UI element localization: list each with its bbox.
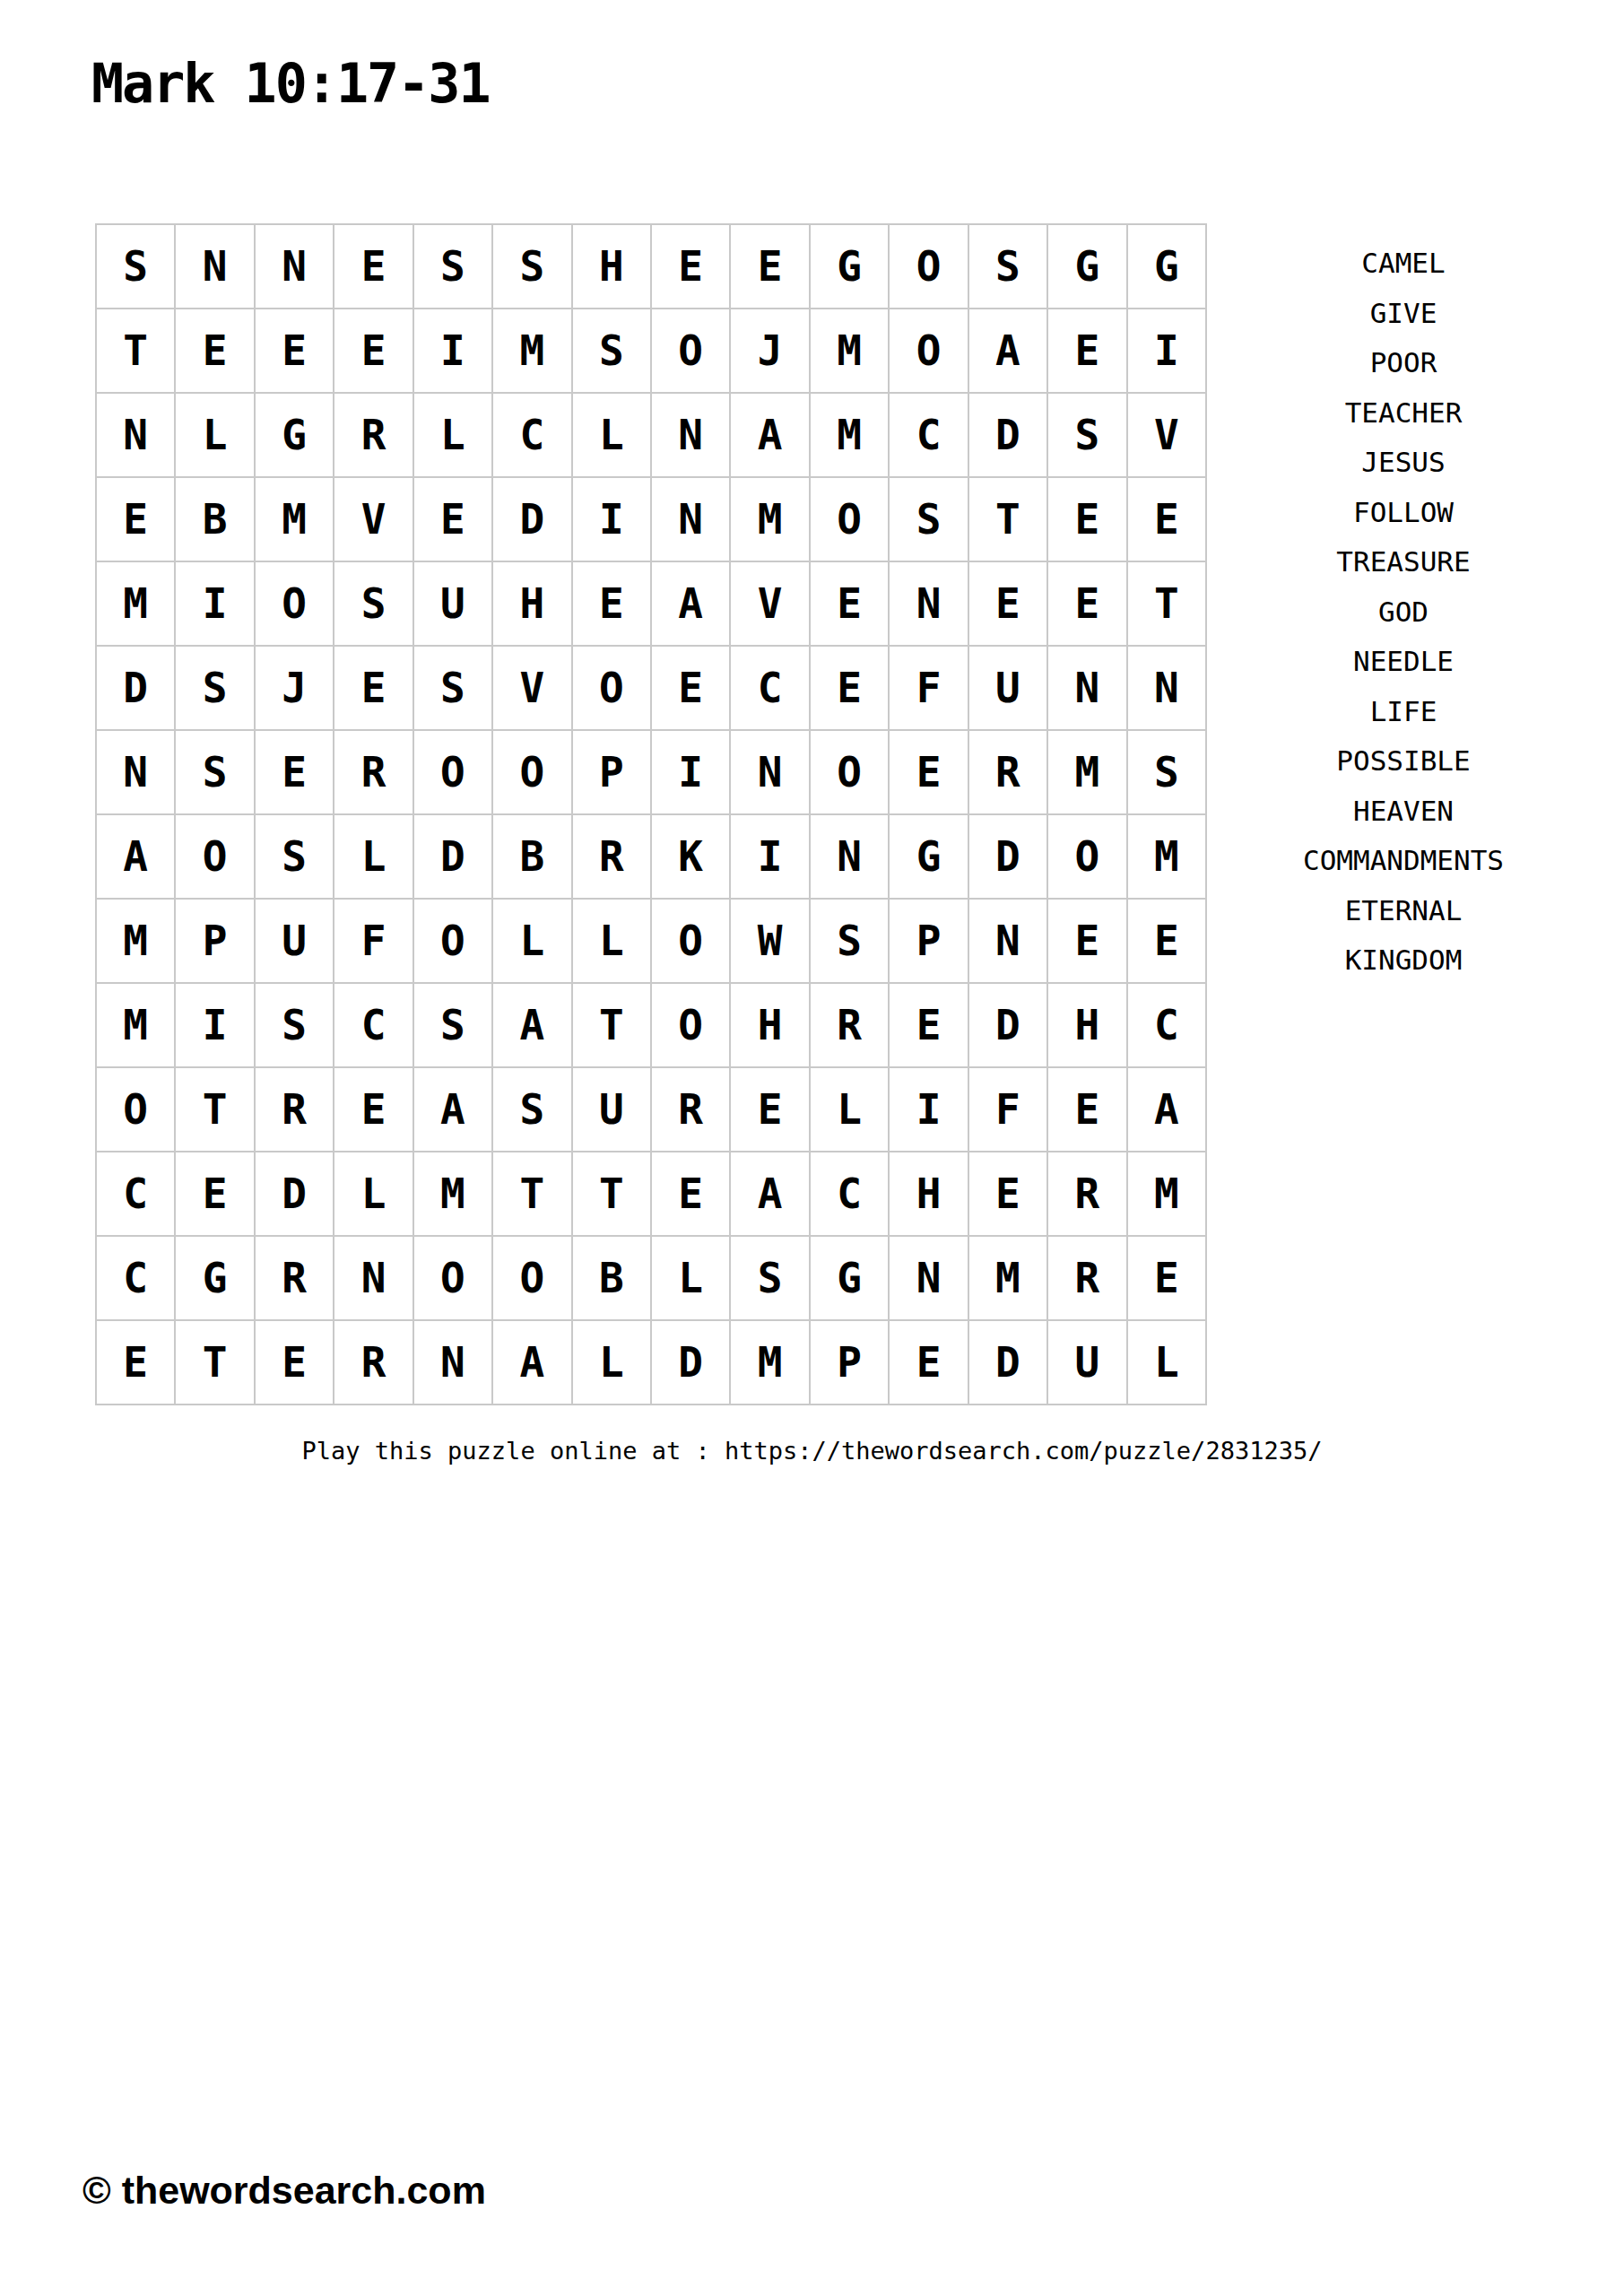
word-list-item: POSSIBLE [1336, 736, 1470, 787]
grid-cell-r5c8: A [652, 562, 729, 645]
grid-cell-r3c12: D [969, 394, 1046, 476]
grid-cell-r9c6: L [493, 900, 570, 982]
grid-cell-r14c14: L [1128, 1321, 1205, 1404]
grid-cell-r1c8: E [652, 225, 729, 308]
grid-cell-r2c11: O [890, 309, 967, 392]
grid-cell-r11c10: L [811, 1068, 888, 1151]
grid-cell-r10c4: C [334, 984, 412, 1066]
grid-cell-r10c8: O [652, 984, 729, 1066]
grid-cell-r3c11: C [890, 394, 967, 476]
grid-cell-r5c12: E [969, 562, 1046, 645]
grid-cell-r12c1: C [97, 1152, 174, 1235]
grid-cell-r8c1: A [97, 815, 174, 898]
grid-cell-r1c3: N [256, 225, 333, 308]
grid-cell-r14c6: A [493, 1321, 570, 1404]
grid-cell-r12c7: T [573, 1152, 650, 1235]
grid-cell-r8c5: D [414, 815, 491, 898]
grid-cell-r6c12: U [969, 647, 1046, 729]
grid-cell-r4c13: E [1048, 478, 1125, 561]
grid-cell-r10c7: T [573, 984, 650, 1066]
word-list-item: GOD [1378, 587, 1429, 638]
grid-cell-r14c11: E [890, 1321, 967, 1404]
grid-cell-r7c12: R [969, 731, 1046, 813]
grid-cell-r3c7: L [573, 394, 650, 476]
grid-cell-r13c8: L [652, 1237, 729, 1319]
grid-cell-r8c2: O [176, 815, 253, 898]
grid-cell-r6c1: D [97, 647, 174, 729]
grid-cell-r14c9: M [731, 1321, 808, 1404]
grid-cell-r1c11: O [890, 225, 967, 308]
grid-cell-r11c5: A [414, 1068, 491, 1151]
grid-cell-r3c4: R [334, 394, 412, 476]
word-list-item: TREASURE [1336, 537, 1470, 587]
grid-cell-r2c1: T [97, 309, 174, 392]
grid-cell-r11c2: T [176, 1068, 253, 1151]
grid-cell-r9c5: O [414, 900, 491, 982]
grid-cell-r1c7: H [573, 225, 650, 308]
grid-cell-r6c2: S [176, 647, 253, 729]
grid-cell-r9c10: S [811, 900, 888, 982]
grid-cell-r13c1: C [97, 1237, 174, 1319]
word-list-item: TEACHER [1345, 388, 1463, 439]
grid-cell-r8c7: R [573, 815, 650, 898]
word-list-item: ETERNAL [1345, 886, 1463, 936]
grid-cell-r9c9: W [731, 900, 808, 982]
word-list-item: POOR [1370, 338, 1437, 388]
grid-cell-r12c8: E [652, 1152, 729, 1235]
grid-cell-r10c12: D [969, 984, 1046, 1066]
grid-cell-r9c4: F [334, 900, 412, 982]
grid-cell-r6c11: F [890, 647, 967, 729]
grid-cell-r11c6: S [493, 1068, 570, 1151]
grid-cell-r10c9: H [731, 984, 808, 1066]
grid-cell-r7c4: R [334, 731, 412, 813]
grid-cell-r11c3: R [256, 1068, 333, 1151]
grid-cell-r9c2: P [176, 900, 253, 982]
grid-cell-r14c7: L [573, 1321, 650, 1404]
page-title: Mark 10:17-31 [91, 52, 490, 115]
grid-cell-r9c14: E [1128, 900, 1205, 982]
grid-cell-r1c9: E [731, 225, 808, 308]
grid-cell-r2c6: M [493, 309, 570, 392]
grid-cell-r1c14: G [1128, 225, 1205, 308]
grid-cell-r1c13: G [1048, 225, 1125, 308]
grid-cell-r13c12: M [969, 1237, 1046, 1319]
grid-cell-r3c8: N [652, 394, 729, 476]
grid-cell-r4c2: B [176, 478, 253, 561]
grid-cell-r2c14: I [1128, 309, 1205, 392]
grid-cell-r5c5: U [414, 562, 491, 645]
grid-cell-r9c8: O [652, 900, 729, 982]
grid-cell-r4c4: V [334, 478, 412, 561]
grid-cell-r8c11: G [890, 815, 967, 898]
grid-cell-r6c9: C [731, 647, 808, 729]
grid-cell-r13c14: E [1128, 1237, 1205, 1319]
grid-cell-r10c14: C [1128, 984, 1205, 1066]
grid-cell-r8c4: L [334, 815, 412, 898]
grid-cell-r9c11: P [890, 900, 967, 982]
word-list-item: HEAVEN [1353, 787, 1454, 837]
grid-cell-r4c14: E [1128, 478, 1205, 561]
grid-cell-r10c13: H [1048, 984, 1125, 1066]
word-list-item: LIFE [1370, 687, 1437, 737]
grid-cell-r4c9: M [731, 478, 808, 561]
grid-cell-r14c4: R [334, 1321, 412, 1404]
grid-cell-r2c13: E [1048, 309, 1125, 392]
grid-cell-r2c2: E [176, 309, 253, 392]
grid-cell-r7c8: I [652, 731, 729, 813]
grid-cell-r2c12: A [969, 309, 1046, 392]
grid-cell-r11c12: F [969, 1068, 1046, 1151]
grid-cell-r2c5: I [414, 309, 491, 392]
grid-cell-r11c9: E [731, 1068, 808, 1151]
grid-cell-r12c14: M [1128, 1152, 1205, 1235]
grid-cell-r3c10: M [811, 394, 888, 476]
grid-cell-r11c11: I [890, 1068, 967, 1151]
grid-cell-r13c10: G [811, 1237, 888, 1319]
grid-cell-r1c6: S [493, 225, 570, 308]
grid-cell-r12c10: C [811, 1152, 888, 1235]
grid-cell-r14c10: P [811, 1321, 888, 1404]
word-list-item: NEEDLE [1353, 637, 1454, 687]
grid-cell-r7c1: N [97, 731, 174, 813]
grid-cell-r6c6: V [493, 647, 570, 729]
grid-cell-r5c13: E [1048, 562, 1125, 645]
grid-cell-r12c12: E [969, 1152, 1046, 1235]
grid-cell-r3c3: G [256, 394, 333, 476]
grid-cell-r4c1: E [97, 478, 174, 561]
grid-cell-r5c3: O [256, 562, 333, 645]
grid-cell-r8c14: M [1128, 815, 1205, 898]
grid-cell-r8c3: S [256, 815, 333, 898]
grid-cell-r3c14: V [1128, 394, 1205, 476]
word-list-item: KINGDOM [1345, 935, 1463, 986]
grid-cell-r2c10: M [811, 309, 888, 392]
grid-cell-r5c4: S [334, 562, 412, 645]
grid-cell-r12c11: H [890, 1152, 967, 1235]
grid-cell-r11c13: E [1048, 1068, 1125, 1151]
grid-cell-r1c12: S [969, 225, 1046, 308]
word-list-item: COMMANDMENTS [1303, 836, 1504, 886]
grid-cell-r11c8: R [652, 1068, 729, 1151]
word-list-item: CAMEL [1361, 239, 1445, 289]
grid-cell-r8c8: K [652, 815, 729, 898]
grid-cell-r7c7: P [573, 731, 650, 813]
grid-cell-r4c11: S [890, 478, 967, 561]
word-list-item: JESUS [1361, 438, 1445, 488]
grid-cell-r5c9: V [731, 562, 808, 645]
word-list-item: GIVE [1370, 289, 1437, 339]
grid-cell-r6c13: N [1048, 647, 1125, 729]
grid-cell-r9c13: E [1048, 900, 1125, 982]
grid-cell-r14c12: D [969, 1321, 1046, 1404]
grid-cell-r10c3: S [256, 984, 333, 1066]
grid-cell-r5c1: M [97, 562, 174, 645]
grid-cell-r14c5: N [414, 1321, 491, 1404]
grid-cell-r12c3: D [256, 1152, 333, 1235]
grid-cell-r10c5: S [414, 984, 491, 1066]
grid-cell-r10c11: E [890, 984, 967, 1066]
grid-cell-r5c2: I [176, 562, 253, 645]
grid-cell-r8c10: N [811, 815, 888, 898]
grid-cell-r12c5: M [414, 1152, 491, 1235]
grid-cell-r1c2: N [176, 225, 253, 308]
grid-cell-r13c13: R [1048, 1237, 1125, 1319]
grid-cell-r9c7: L [573, 900, 650, 982]
grid-cell-r9c3: U [256, 900, 333, 982]
grid-cell-r7c6: O [493, 731, 570, 813]
grid-cell-r7c10: O [811, 731, 888, 813]
play-online-note: Play this puzzle online at : https://the… [0, 1437, 1624, 1465]
grid-cell-r12c9: A [731, 1152, 808, 1235]
grid-cell-r2c3: E [256, 309, 333, 392]
grid-cell-r5c11: N [890, 562, 967, 645]
grid-cell-r13c6: O [493, 1237, 570, 1319]
grid-cell-r4c5: E [414, 478, 491, 561]
grid-cell-r6c10: E [811, 647, 888, 729]
grid-cell-r8c6: B [493, 815, 570, 898]
grid-cell-r5c14: T [1128, 562, 1205, 645]
word-list: CAMELGIVEPOORTEACHERJESUSFOLLOWTREASUREG… [1220, 239, 1587, 986]
grid-cell-r8c12: D [969, 815, 1046, 898]
grid-cell-r6c5: S [414, 647, 491, 729]
grid-cell-r6c4: E [334, 647, 412, 729]
grid-cell-r5c10: E [811, 562, 888, 645]
grid-cell-r4c10: O [811, 478, 888, 561]
grid-cell-r13c4: N [334, 1237, 412, 1319]
grid-cell-r6c3: J [256, 647, 333, 729]
grid-cell-r13c5: O [414, 1237, 491, 1319]
grid-cell-r2c7: S [573, 309, 650, 392]
grid-cell-r7c2: S [176, 731, 253, 813]
grid-cell-r14c13: U [1048, 1321, 1125, 1404]
grid-cell-r14c2: T [176, 1321, 253, 1404]
grid-cell-r1c5: S [414, 225, 491, 308]
grid-cell-r1c10: G [811, 225, 888, 308]
grid-cell-r2c9: J [731, 309, 808, 392]
grid-cell-r13c11: N [890, 1237, 967, 1319]
grid-cell-r10c1: M [97, 984, 174, 1066]
word-search-grid: SNNESSHEEGOSGGTEEEIMSOJMOAEINLGRLCLNAMCD… [95, 223, 1207, 1405]
grid-cell-r11c14: A [1128, 1068, 1205, 1151]
grid-cell-r3c6: C [493, 394, 570, 476]
grid-cell-r11c7: U [573, 1068, 650, 1151]
grid-cell-r7c14: S [1128, 731, 1205, 813]
grid-cell-r14c1: E [97, 1321, 174, 1404]
grid-cell-r13c2: G [176, 1237, 253, 1319]
grid-cell-r7c11: E [890, 731, 967, 813]
grid-cell-r10c6: A [493, 984, 570, 1066]
grid-cell-r4c6: D [493, 478, 570, 561]
grid-cell-r2c4: E [334, 309, 412, 392]
grid-cell-r3c9: A [731, 394, 808, 476]
grid-cell-r3c5: L [414, 394, 491, 476]
grid-cell-r13c9: S [731, 1237, 808, 1319]
grid-cell-r3c13: S [1048, 394, 1125, 476]
grid-cell-r9c12: N [969, 900, 1046, 982]
grid-cell-r4c3: M [256, 478, 333, 561]
grid-cell-r11c4: E [334, 1068, 412, 1151]
grid-cell-r13c3: R [256, 1237, 333, 1319]
grid-cell-r10c10: R [811, 984, 888, 1066]
grid-cell-r6c8: E [652, 647, 729, 729]
grid-cell-r12c2: E [176, 1152, 253, 1235]
grid-cell-r13c7: B [573, 1237, 650, 1319]
grid-cell-r12c4: L [334, 1152, 412, 1235]
grid-cell-r1c4: E [334, 225, 412, 308]
grid-cell-r8c13: O [1048, 815, 1125, 898]
grid-cell-r4c12: T [969, 478, 1046, 561]
grid-cell-r3c2: L [176, 394, 253, 476]
word-list-item: FOLLOW [1353, 488, 1454, 538]
grid-cell-r14c3: E [256, 1321, 333, 1404]
copyright-footer: © thewordsearch.com [83, 2169, 486, 2213]
grid-cell-r4c7: I [573, 478, 650, 561]
grid-cell-r11c1: O [97, 1068, 174, 1151]
grid-cell-r14c8: D [652, 1321, 729, 1404]
grid-cell-r7c13: M [1048, 731, 1125, 813]
grid-cell-r8c9: I [731, 815, 808, 898]
grid-cell-r9c1: M [97, 900, 174, 982]
grid-cell-r2c8: O [652, 309, 729, 392]
grid-cell-r5c6: H [493, 562, 570, 645]
grid-cell-r7c5: O [414, 731, 491, 813]
grid-cell-r7c3: E [256, 731, 333, 813]
grid-cell-r1c1: S [97, 225, 174, 308]
grid-cell-r12c13: R [1048, 1152, 1125, 1235]
grid-cell-r6c7: O [573, 647, 650, 729]
grid-cell-r10c2: I [176, 984, 253, 1066]
grid-cell-r3c1: N [97, 394, 174, 476]
word-search-page: Mark 10:17-31 SNNESSHEEGOSGGTEEEIMSOJMOA… [0, 0, 1624, 2296]
grid-cell-r12c6: T [493, 1152, 570, 1235]
grid-cell-r4c8: N [652, 478, 729, 561]
grid-cell-r7c9: N [731, 731, 808, 813]
grid-cell-r5c7: E [573, 562, 650, 645]
grid-cell-r6c14: N [1128, 647, 1205, 729]
